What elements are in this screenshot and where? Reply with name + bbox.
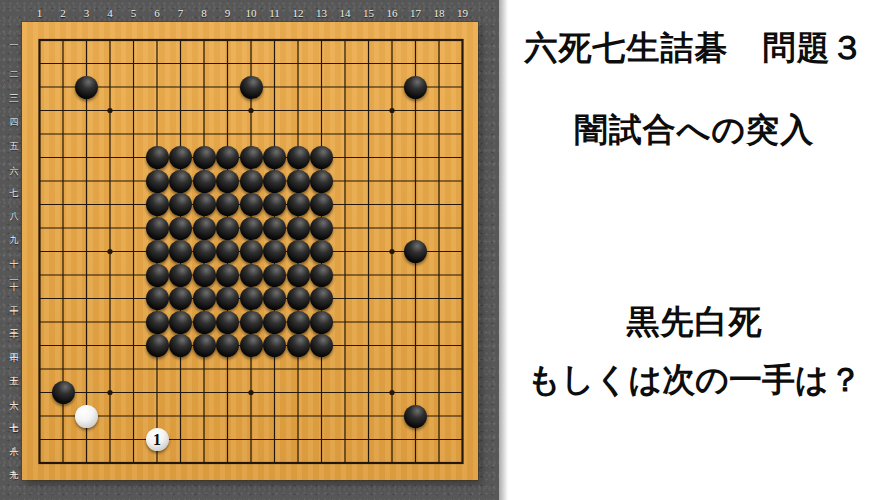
black-stone: [240, 170, 263, 193]
black-stone: [240, 76, 263, 99]
black-stone: [404, 240, 427, 263]
black-stone: [287, 334, 310, 357]
black-stone: [310, 334, 333, 357]
black-stone: [263, 264, 286, 287]
black-stone: [169, 334, 192, 357]
column-label: 15: [363, 8, 374, 19]
column-label: 2: [60, 8, 66, 19]
column-label: 4: [107, 8, 113, 19]
black-stone: [146, 264, 169, 287]
puzzle-title: 六死七生詰碁 問題３: [499, 31, 890, 64]
column-label: 13: [316, 8, 327, 19]
column-label: 11: [269, 8, 280, 19]
black-stone: [216, 334, 239, 357]
black-stone: [216, 146, 239, 169]
black-stone: [263, 170, 286, 193]
column-label: 14: [340, 8, 351, 19]
column-label: 6: [154, 8, 160, 19]
black-stone: [263, 193, 286, 216]
black-stone: [240, 334, 263, 357]
black-stone: [169, 146, 192, 169]
black-stone: [75, 76, 98, 99]
black-stone: [216, 193, 239, 216]
column-label: 1: [37, 8, 43, 19]
black-stone: [193, 334, 216, 357]
puzzle-subtitle: 闇試合への突入: [499, 113, 890, 146]
puzzle-question: もしくは次の一手は？: [499, 363, 890, 396]
black-stone: [310, 311, 333, 334]
black-stone: [169, 264, 192, 287]
column-label: 9: [225, 8, 231, 19]
black-stone: [216, 217, 239, 240]
black-stone: [193, 311, 216, 334]
board-panel: 12345678910111213141516171819 一二三四五六七八九十…: [0, 0, 499, 500]
black-stone: [169, 311, 192, 334]
black-stone: [240, 287, 263, 310]
black-stone: [310, 170, 333, 193]
black-stone: [263, 311, 286, 334]
black-stone: [263, 240, 286, 263]
black-stone: [287, 240, 310, 263]
black-stone: [310, 146, 333, 169]
black-stone: [52, 381, 75, 404]
move-number-label: 1: [153, 431, 161, 448]
black-stone: [193, 240, 216, 263]
caption-panel: 六死七生詰碁 問題３ 闇試合への突入 黒先白死 もしくは次の一手は？: [499, 0, 890, 500]
black-stone: [287, 311, 310, 334]
black-stone: [240, 193, 263, 216]
screenshot-root: 12345678910111213141516171819 一二三四五六七八九十…: [0, 0, 890, 500]
black-stone: [310, 264, 333, 287]
black-stone: [263, 217, 286, 240]
black-stone: [240, 264, 263, 287]
black-stone: [216, 287, 239, 310]
black-stone: [146, 287, 169, 310]
black-stone: [193, 264, 216, 287]
black-stone: [310, 287, 333, 310]
black-stone: [310, 217, 333, 240]
black-stone: [169, 240, 192, 263]
black-stone: [240, 240, 263, 263]
black-stone: [146, 217, 169, 240]
black-stone: [193, 170, 216, 193]
column-label: 12: [293, 8, 304, 19]
go-board: 1: [22, 22, 478, 480]
black-stone: [287, 193, 310, 216]
black-stone: [169, 193, 192, 216]
black-stone: [310, 240, 333, 263]
black-stone: [146, 334, 169, 357]
column-label: 8: [201, 8, 207, 19]
column-label: 19: [457, 8, 468, 19]
black-stone: [404, 76, 427, 99]
black-stone: [169, 287, 192, 310]
column-label: 5: [131, 8, 137, 19]
black-stone: [193, 287, 216, 310]
black-stone: [146, 311, 169, 334]
black-stone: [287, 264, 310, 287]
white-stone-move-1: 1: [146, 428, 169, 451]
column-label: 10: [246, 8, 257, 19]
black-stone: [240, 311, 263, 334]
black-stone: [193, 193, 216, 216]
black-stone: [287, 287, 310, 310]
puzzle-task: 黒先白死: [499, 305, 890, 338]
black-stone: [146, 240, 169, 263]
black-stone: [193, 146, 216, 169]
black-stone: [169, 170, 192, 193]
black-stone: [240, 146, 263, 169]
black-stone: [146, 193, 169, 216]
stones-grid: 1: [28, 28, 475, 475]
black-stone: [216, 311, 239, 334]
black-stone: [310, 193, 333, 216]
column-label: 18: [434, 8, 445, 19]
column-label: 3: [84, 8, 90, 19]
black-stone: [216, 240, 239, 263]
black-stone: [146, 170, 169, 193]
white-stone: [75, 405, 98, 428]
black-stone: [216, 170, 239, 193]
black-stone: [193, 217, 216, 240]
column-label: 7: [178, 8, 184, 19]
black-stone: [169, 217, 192, 240]
black-stone: [287, 217, 310, 240]
column-label: 16: [387, 8, 398, 19]
column-label: 17: [410, 8, 421, 19]
black-stone: [216, 264, 239, 287]
black-stone: [240, 217, 263, 240]
black-stone: [263, 146, 286, 169]
black-stone: [263, 334, 286, 357]
row-label: 十九: [4, 446, 23, 480]
black-stone: [404, 405, 427, 428]
black-stone: [287, 146, 310, 169]
black-stone: [287, 170, 310, 193]
black-stone: [146, 146, 169, 169]
black-stone: [263, 287, 286, 310]
